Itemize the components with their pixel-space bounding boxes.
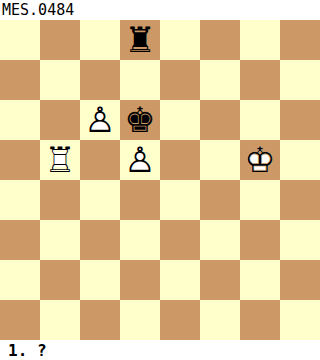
square-h1[interactable] (280, 300, 320, 340)
square-h8[interactable] (280, 20, 320, 60)
square-a2[interactable] (0, 260, 40, 300)
square-e1[interactable] (160, 300, 200, 340)
square-b3[interactable] (40, 220, 80, 260)
square-b8[interactable] (40, 20, 80, 60)
black-king-piece: ♚ (120, 100, 160, 140)
square-c6[interactable]: ♟♙ (80, 100, 120, 140)
square-a4[interactable] (0, 180, 40, 220)
square-e7[interactable] (160, 60, 200, 100)
white-rook-piece: ♖ (40, 140, 80, 180)
square-e8[interactable] (160, 20, 200, 60)
square-f3[interactable] (200, 220, 240, 260)
square-h7[interactable] (280, 60, 320, 100)
square-f4[interactable] (200, 180, 240, 220)
square-f2[interactable] (200, 260, 240, 300)
square-a8[interactable] (0, 20, 40, 60)
square-d3[interactable] (120, 220, 160, 260)
white-pawn-piece-fill: ♟ (120, 140, 160, 180)
square-g6[interactable] (240, 100, 280, 140)
black-rook-piece: ♜ (120, 20, 160, 60)
square-c3[interactable] (80, 220, 120, 260)
square-e3[interactable] (160, 220, 200, 260)
square-f8[interactable] (200, 20, 240, 60)
square-b7[interactable] (40, 60, 80, 100)
square-g8[interactable] (240, 20, 280, 60)
square-g2[interactable] (240, 260, 280, 300)
square-d5[interactable]: ♟♙ (120, 140, 160, 180)
square-a6[interactable] (0, 100, 40, 140)
square-b1[interactable] (40, 300, 80, 340)
square-f7[interactable] (200, 60, 240, 100)
square-b6[interactable] (40, 100, 80, 140)
square-c4[interactable] (80, 180, 120, 220)
square-g7[interactable] (240, 60, 280, 100)
square-f5[interactable] (200, 140, 240, 180)
square-d7[interactable] (120, 60, 160, 100)
square-f1[interactable] (200, 300, 240, 340)
white-pawn-piece: ♙ (80, 100, 120, 140)
square-c2[interactable] (80, 260, 120, 300)
white-king-piece: ♔ (240, 140, 280, 180)
square-e2[interactable] (160, 260, 200, 300)
square-h4[interactable] (280, 180, 320, 220)
square-h3[interactable] (280, 220, 320, 260)
square-h5[interactable] (280, 140, 320, 180)
square-a7[interactable] (0, 60, 40, 100)
move-prompt: 1. ? (0, 340, 320, 360)
square-c1[interactable] (80, 300, 120, 340)
square-c7[interactable] (80, 60, 120, 100)
square-d2[interactable] (120, 260, 160, 300)
square-e4[interactable] (160, 180, 200, 220)
white-king-piece-fill: ♚ (240, 140, 280, 180)
square-d8[interactable]: ♜ (120, 20, 160, 60)
square-a5[interactable] (0, 140, 40, 180)
square-b4[interactable] (40, 180, 80, 220)
square-b2[interactable] (40, 260, 80, 300)
square-g4[interactable] (240, 180, 280, 220)
square-d4[interactable] (120, 180, 160, 220)
square-a3[interactable] (0, 220, 40, 260)
square-e6[interactable] (160, 100, 200, 140)
white-pawn-piece-fill: ♟ (80, 100, 120, 140)
square-d6[interactable]: ♚ (120, 100, 160, 140)
square-b5[interactable]: ♜♖ (40, 140, 80, 180)
square-h2[interactable] (280, 260, 320, 300)
square-h6[interactable] (280, 100, 320, 140)
square-g5[interactable]: ♚♔ (240, 140, 280, 180)
square-a1[interactable] (0, 300, 40, 340)
square-c8[interactable] (80, 20, 120, 60)
chess-board: ♜♟♙♚♜♖♟♙♚♔ (0, 20, 320, 340)
diagram-title: MES.0484 (0, 0, 320, 20)
square-c5[interactable] (80, 140, 120, 180)
white-pawn-piece: ♙ (120, 140, 160, 180)
square-d1[interactable] (120, 300, 160, 340)
square-g1[interactable] (240, 300, 280, 340)
square-f6[interactable] (200, 100, 240, 140)
white-rook-piece-fill: ♜ (40, 140, 80, 180)
square-e5[interactable] (160, 140, 200, 180)
square-g3[interactable] (240, 220, 280, 260)
